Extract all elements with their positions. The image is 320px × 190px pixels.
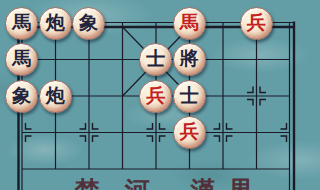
- piece-black-general[interactable]: 將: [173, 43, 206, 76]
- piece-character: 象: [12, 86, 31, 105]
- piece-black-cannon[interactable]: 炮: [39, 7, 72, 40]
- piece-character: 士: [146, 49, 165, 68]
- piece-red-soldier[interactable]: 兵: [173, 116, 206, 149]
- piece-black-advisor[interactable]: 士: [173, 80, 206, 113]
- piece-black-elephant[interactable]: 象: [5, 80, 38, 113]
- piece-black-elephant[interactable]: 象: [72, 7, 105, 40]
- piece-character: 象: [79, 13, 98, 32]
- piece-red-soldier[interactable]: 兵: [139, 80, 172, 113]
- board-grid[interactable]: 馬炮象馬兵馬士將象炮兵士兵: [5, 5, 307, 188]
- piece-red-soldier[interactable]: 兵: [240, 7, 273, 40]
- piece-character: 士: [180, 86, 199, 105]
- piece-character: 兵: [247, 13, 266, 32]
- piece-black-horse[interactable]: 馬: [5, 43, 38, 76]
- piece-black-cannon[interactable]: 炮: [39, 80, 72, 113]
- piece-character: 兵: [180, 122, 199, 141]
- piece-character: 馬: [12, 13, 31, 32]
- piece-character: 馬: [180, 13, 199, 32]
- piece-black-advisor[interactable]: 士: [139, 43, 172, 76]
- piece-black-horse[interactable]: 馬: [5, 7, 38, 40]
- piece-character: 兵: [146, 86, 165, 105]
- piece-red-horse[interactable]: 馬: [173, 7, 206, 40]
- piece-character: 將: [180, 49, 199, 68]
- piece-character: 炮: [46, 13, 65, 32]
- piece-character: 炮: [46, 86, 65, 105]
- xiangqi-board: 楚河 漢界 馬炮象馬兵馬士將象炮兵士兵: [0, 0, 320, 190]
- piece-character: 馬: [12, 49, 31, 68]
